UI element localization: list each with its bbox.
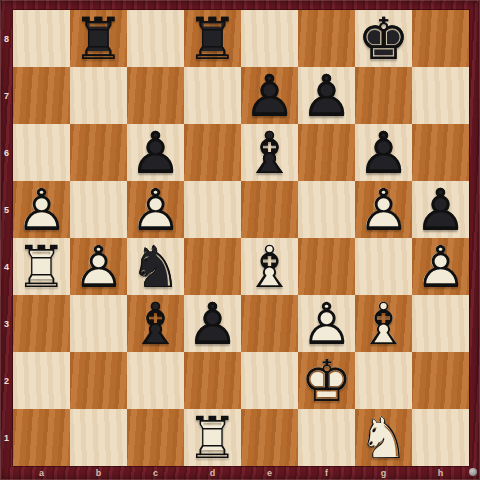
square-h7[interactable] (412, 67, 469, 124)
square-a5[interactable]: ♟♙ (13, 181, 70, 238)
square-h6[interactable] (412, 124, 469, 181)
black-pawn-outline-icon: ♙ (241, 68, 298, 125)
square-e5[interactable] (241, 181, 298, 238)
square-f5[interactable] (298, 181, 355, 238)
square-b6[interactable] (70, 124, 127, 181)
square-a4[interactable]: ♜♖ (13, 238, 70, 295)
square-c1[interactable] (127, 409, 184, 466)
square-e1[interactable] (241, 409, 298, 466)
rank-label-5: 5 (0, 181, 13, 238)
square-g5[interactable]: ♟♙ (355, 181, 412, 238)
square-h2[interactable] (412, 352, 469, 409)
white-rook-outline-icon: ♖ (13, 239, 70, 296)
square-g1[interactable]: ♞♘ (355, 409, 412, 466)
square-c5[interactable]: ♟♙ (127, 181, 184, 238)
white-rook-outline-icon: ♖ (184, 410, 241, 467)
square-b2[interactable] (70, 352, 127, 409)
piece-white-rook[interactable]: ♜♖ (184, 409, 241, 466)
piece-black-rook[interactable]: ♜♖ (184, 10, 241, 67)
square-d5[interactable] (184, 181, 241, 238)
square-e7[interactable]: ♟♙ (241, 67, 298, 124)
square-a8[interactable] (13, 10, 70, 67)
piece-white-pawn[interactable]: ♟♙ (13, 181, 70, 238)
black-pawn-outline-icon: ♙ (298, 68, 355, 125)
piece-black-pawn[interactable]: ♟♙ (184, 295, 241, 352)
piece-black-bishop[interactable]: ♝♗ (241, 124, 298, 181)
rank-label-1: 1 (0, 409, 13, 466)
square-b7[interactable] (70, 67, 127, 124)
piece-white-bishop[interactable]: ♝♗ (241, 238, 298, 295)
square-c2[interactable] (127, 352, 184, 409)
black-knight-outline-icon: ♘ (127, 239, 184, 296)
rank-label-6: 6 (0, 124, 13, 181)
black-bishop-outline-icon: ♗ (241, 125, 298, 182)
white-knight-outline-icon: ♘ (355, 410, 412, 467)
square-f7[interactable]: ♟♙ (298, 67, 355, 124)
piece-white-knight[interactable]: ♞♘ (355, 409, 412, 466)
square-f3[interactable]: ♟♙ (298, 295, 355, 352)
square-f8[interactable] (298, 10, 355, 67)
square-d3[interactable]: ♟♙ (184, 295, 241, 352)
black-king-outline-icon: ♔ (355, 11, 412, 68)
piece-black-pawn[interactable]: ♟♙ (127, 124, 184, 181)
square-d7[interactable] (184, 67, 241, 124)
piece-white-pawn[interactable]: ♟♙ (70, 238, 127, 295)
square-g7[interactable] (355, 67, 412, 124)
square-d6[interactable] (184, 124, 241, 181)
piece-white-pawn[interactable]: ♟♙ (412, 238, 469, 295)
square-e2[interactable] (241, 352, 298, 409)
square-a6[interactable] (13, 124, 70, 181)
square-a1[interactable] (13, 409, 70, 466)
black-rook-outline-icon: ♖ (184, 11, 241, 68)
piece-black-pawn[interactable]: ♟♙ (412, 181, 469, 238)
file-label-h: h (412, 466, 469, 480)
square-e8[interactable] (241, 10, 298, 67)
square-a2[interactable] (13, 352, 70, 409)
white-pawn-outline-icon: ♙ (412, 239, 469, 296)
piece-black-knight[interactable]: ♞♘ (127, 238, 184, 295)
white-king-outline-icon: ♔ (298, 353, 355, 410)
piece-white-pawn[interactable]: ♟♙ (355, 181, 412, 238)
file-labels: abcdefgh (13, 466, 469, 480)
square-g8[interactable]: ♚♔ (355, 10, 412, 67)
black-pawn-outline-icon: ♙ (355, 125, 412, 182)
black-pawn-outline-icon: ♙ (127, 125, 184, 182)
square-c4[interactable]: ♞♘ (127, 238, 184, 295)
square-c6[interactable]: ♟♙ (127, 124, 184, 181)
white-bishop-outline-icon: ♗ (355, 296, 412, 353)
piece-black-king[interactable]: ♚♔ (355, 10, 412, 67)
white-pawn-outline-icon: ♙ (70, 239, 127, 296)
square-d2[interactable] (184, 352, 241, 409)
square-f2[interactable]: ♚♔ (298, 352, 355, 409)
file-label-a: a (13, 466, 70, 480)
square-h3[interactable] (412, 295, 469, 352)
piece-black-pawn[interactable]: ♟♙ (355, 124, 412, 181)
square-g6[interactable]: ♟♙ (355, 124, 412, 181)
square-h4[interactable]: ♟♙ (412, 238, 469, 295)
square-c7[interactable] (127, 67, 184, 124)
square-b3[interactable] (70, 295, 127, 352)
piece-white-bishop[interactable]: ♝♗ (355, 295, 412, 352)
square-c8[interactable] (127, 10, 184, 67)
square-h1[interactable] (412, 409, 469, 466)
square-a7[interactable] (13, 67, 70, 124)
black-pawn-outline-icon: ♙ (412, 182, 469, 239)
piece-white-king[interactable]: ♚♔ (298, 352, 355, 409)
square-e4[interactable]: ♝♗ (241, 238, 298, 295)
black-rook-outline-icon: ♖ (70, 11, 127, 68)
white-pawn-outline-icon: ♙ (13, 182, 70, 239)
square-g3[interactable]: ♝♗ (355, 295, 412, 352)
white-pawn-outline-icon: ♙ (127, 182, 184, 239)
white-pawn-outline-icon: ♙ (355, 182, 412, 239)
square-h5[interactable]: ♟♙ (412, 181, 469, 238)
piece-black-pawn[interactable]: ♟♙ (241, 67, 298, 124)
square-e3[interactable] (241, 295, 298, 352)
corner-dot (469, 468, 477, 476)
square-d1[interactable]: ♜♖ (184, 409, 241, 466)
black-bishop-outline-icon: ♗ (127, 296, 184, 353)
square-a3[interactable] (13, 295, 70, 352)
white-bishop-outline-icon: ♗ (241, 239, 298, 296)
piece-white-rook[interactable]: ♜♖ (13, 238, 70, 295)
piece-black-bishop[interactable]: ♝♗ (127, 295, 184, 352)
square-g4[interactable] (355, 238, 412, 295)
black-pawn-outline-icon: ♙ (184, 296, 241, 353)
square-d4[interactable] (184, 238, 241, 295)
file-label-b: b (70, 466, 127, 480)
square-b4[interactable]: ♟♙ (70, 238, 127, 295)
square-h8[interactable] (412, 10, 469, 67)
file-label-f: f (298, 466, 355, 480)
rank-label-8: 8 (0, 10, 13, 67)
file-label-g: g (355, 466, 412, 480)
square-f4[interactable] (298, 238, 355, 295)
square-g2[interactable] (355, 352, 412, 409)
chess-board-frame: ♜♖♜♖♚♔♟♙♟♙♟♙♝♗♟♙♟♙♟♙♟♙♟♙♜♖♟♙♞♘♝♗♟♙♝♗♟♙♟♙… (0, 0, 480, 480)
piece-white-pawn[interactable]: ♟♙ (127, 181, 184, 238)
square-e6[interactable]: ♝♗ (241, 124, 298, 181)
rank-label-2: 2 (0, 352, 13, 409)
square-b5[interactable] (70, 181, 127, 238)
rank-label-7: 7 (0, 67, 13, 124)
piece-white-pawn[interactable]: ♟♙ (298, 295, 355, 352)
rank-label-4: 4 (0, 238, 13, 295)
piece-black-rook[interactable]: ♜♖ (70, 10, 127, 67)
square-f1[interactable] (298, 409, 355, 466)
white-pawn-outline-icon: ♙ (298, 296, 355, 353)
square-b1[interactable] (70, 409, 127, 466)
file-label-d: d (184, 466, 241, 480)
square-f6[interactable] (298, 124, 355, 181)
rank-label-3: 3 (0, 295, 13, 352)
rank-labels: 87654321 (0, 10, 13, 466)
file-label-e: e (241, 466, 298, 480)
square-d8[interactable]: ♜♖ (184, 10, 241, 67)
file-label-c: c (127, 466, 184, 480)
piece-black-pawn[interactable]: ♟♙ (298, 67, 355, 124)
square-c3[interactable]: ♝♗ (127, 295, 184, 352)
chess-board: ♜♖♜♖♚♔♟♙♟♙♟♙♝♗♟♙♟♙♟♙♟♙♟♙♜♖♟♙♞♘♝♗♟♙♝♗♟♙♟♙… (13, 10, 469, 466)
square-b8[interactable]: ♜♖ (70, 10, 127, 67)
